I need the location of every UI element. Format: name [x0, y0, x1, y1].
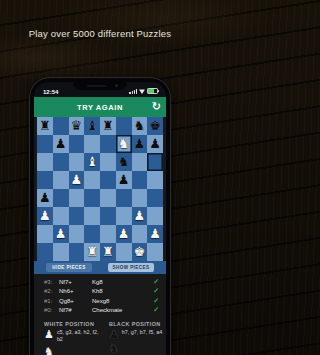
square-h3[interactable] [147, 207, 163, 225]
move-list: #3:Nf7+Kg8✓#2:Nh6+Kh8✓#1:Qg8+Nexg8✓#0:Nf… [34, 274, 166, 317]
square-a5[interactable] [37, 171, 53, 189]
check-icon: ✓ [153, 297, 159, 305]
check-icon: ✓ [153, 306, 159, 314]
white-position-column: WHITE POSITION ♟ c5, g3, a3, h2, f2, b2 … [44, 319, 103, 355]
phone-mockup: 12:54 TRY AGAIN ↻ ♜♛♝♜♞♚♟♞♟♟♝♞♟♟♟♟♟♟♟♟♜♜… [30, 78, 170, 355]
white-knight-f7: ♞ [116, 135, 132, 153]
square-c3[interactable] [69, 207, 85, 225]
square-g6[interactable] [132, 153, 148, 171]
move-number: #1: [44, 298, 59, 304]
square-e3[interactable] [100, 207, 116, 225]
black-move: Kg8 [92, 279, 153, 285]
move-number: #0: [44, 307, 59, 313]
black-move: Checkmate [92, 307, 153, 313]
board-controls: HIDE PIECES SHOW PIECES [34, 261, 166, 274]
square-h2[interactable]: ♟ [147, 225, 163, 243]
show-pieces-button[interactable]: SHOW PIECES [108, 263, 154, 272]
square-b4[interactable] [53, 189, 69, 207]
square-c2[interactable] [69, 225, 85, 243]
screenshot-root: { "game": "chess", "headline": "Play ove… [0, 0, 200, 355]
square-d2[interactable] [84, 225, 100, 243]
battery-icon [147, 88, 158, 95]
square-h7[interactable]: ♟ [147, 135, 163, 153]
square-c6[interactable] [69, 153, 85, 171]
square-b7[interactable]: ♟ [53, 135, 69, 153]
square-c1[interactable] [69, 243, 85, 261]
square-b2[interactable]: ♟ [53, 225, 69, 243]
white-move: Qg8+ [59, 298, 92, 304]
square-e4[interactable] [100, 189, 116, 207]
square-e6[interactable] [100, 153, 116, 171]
white-rook-e1: ♜ [100, 243, 116, 261]
square-d5[interactable] [84, 171, 100, 189]
black-move: Kh8 [92, 288, 153, 294]
square-d6[interactable]: ♝ [84, 153, 100, 171]
signal-icon [129, 89, 137, 94]
black-king-h8: ♚ [147, 117, 163, 135]
white-pawn-squares: c5, g3, a3, h2, f2, b2 [57, 329, 103, 343]
square-f3[interactable] [116, 207, 132, 225]
refresh-icon[interactable]: ↻ [152, 100, 161, 113]
square-b5[interactable] [53, 171, 69, 189]
black-pawn-a4: ♟ [37, 189, 53, 207]
wifi-icon [139, 89, 145, 94]
try-again-title: TRY AGAIN [77, 103, 123, 112]
black-knight-icon: ♞ [109, 343, 119, 354]
square-a1[interactable] [37, 243, 53, 261]
square-h4[interactable] [147, 189, 163, 207]
square-d3[interactable] [84, 207, 100, 225]
square-e5[interactable] [100, 171, 116, 189]
square-c4[interactable] [69, 189, 85, 207]
white-move: Nf7+ [59, 279, 92, 285]
square-b6[interactable] [53, 153, 69, 171]
move-number: #3: [44, 279, 59, 285]
headline-text: Play over 5000 different Puzzles [0, 28, 200, 39]
square-d8[interactable]: ♝ [84, 117, 100, 135]
square-h1[interactable] [147, 243, 163, 261]
black-queen-c8: ♛ [69, 117, 85, 135]
square-e7[interactable] [100, 135, 116, 153]
square-e8[interactable]: ♜ [100, 117, 116, 135]
camera-dot [115, 84, 118, 87]
square-d1[interactable]: ♜ [84, 243, 100, 261]
phone-screen: 12:54 TRY AGAIN ↻ ♜♛♝♜♞♚♟♞♟♟♝♞♟♟♟♟♟♟♟♟♜♜… [34, 82, 166, 355]
white-pawn-g3: ♟ [132, 207, 148, 225]
square-c5[interactable]: ♟ [69, 171, 85, 189]
speaker-slot [87, 85, 107, 87]
square-f6[interactable]: ♞ [116, 153, 132, 171]
hide-pieces-button[interactable]: HIDE PIECES [46, 263, 92, 272]
square-g2[interactable] [132, 225, 148, 243]
square-a3[interactable]: ♟ [37, 207, 53, 225]
square-f7[interactable]: ♞ [116, 135, 132, 153]
move-row: #0:Nf7#Checkmate✓ [34, 306, 166, 316]
square-a8[interactable]: ♜ [37, 117, 53, 135]
black-knight-f6: ♞ [116, 153, 132, 171]
move-number: #2: [44, 288, 59, 294]
square-d4[interactable] [84, 189, 100, 207]
square-h6[interactable] [147, 153, 163, 171]
square-a4[interactable]: ♟ [37, 189, 53, 207]
black-pawn-h7: ♟ [147, 135, 163, 153]
black-bishop-d8: ♝ [84, 117, 100, 135]
square-a6[interactable] [37, 153, 53, 171]
app-header: TRY AGAIN ↻ [34, 97, 166, 117]
white-pawn-a3: ♟ [37, 207, 53, 225]
position-section: WHITE POSITION ♟ c5, g3, a3, h2, f2, b2 … [34, 317, 166, 355]
white-rook-d1: ♜ [84, 243, 100, 261]
square-a7[interactable] [37, 135, 53, 153]
white-pawn-h2: ♟ [147, 225, 163, 243]
square-e2[interactable] [100, 225, 116, 243]
black-move: Nexg8 [92, 298, 153, 304]
white-pawn-c5: ♟ [69, 171, 85, 189]
square-g8[interactable]: ♞ [132, 117, 148, 135]
white-pawn-b2: ♟ [53, 225, 69, 243]
square-f8[interactable] [116, 117, 132, 135]
phone-notch [73, 82, 127, 90]
white-move: Nf7# [59, 307, 92, 313]
square-h8[interactable]: ♚ [147, 117, 163, 135]
square-b8[interactable] [53, 117, 69, 135]
black-pawn-squares: h7, g7, b7, f5, a4 [122, 329, 166, 336]
move-row: #3:Nf7+Kg8✓ [34, 277, 166, 287]
square-g3[interactable]: ♟ [132, 207, 148, 225]
square-g4[interactable] [132, 189, 148, 207]
move-row: #2:Nh6+Kh8✓ [34, 287, 166, 297]
white-bishop-d6: ♝ [84, 153, 100, 171]
white-king-g1: ♚ [132, 243, 148, 261]
status-time: 12:54 [43, 89, 58, 95]
white-knight-icon: ♞ [44, 346, 54, 355]
black-pawn-f5: ♟ [116, 171, 132, 189]
square-d7[interactable] [84, 135, 100, 153]
move-row: #1:Qg8+Nexg8✓ [34, 296, 166, 306]
square-f5[interactable]: ♟ [116, 171, 132, 189]
square-g1[interactable]: ♚ [132, 243, 148, 261]
black-rook-a8: ♜ [37, 117, 53, 135]
white-pawn-icon: ♟ [44, 329, 54, 340]
white-pawn-f2: ♟ [116, 225, 132, 243]
black-pawn-b7: ♟ [53, 135, 69, 153]
white-position-header: WHITE POSITION [44, 321, 103, 327]
square-b3[interactable] [53, 207, 69, 225]
square-f1[interactable] [116, 243, 132, 261]
black-rook-e8: ♜ [100, 117, 116, 135]
square-f2[interactable]: ♟ [116, 225, 132, 243]
check-icon: ✓ [153, 278, 159, 286]
square-e1[interactable]: ♜ [100, 243, 116, 261]
black-knight-g8: ♞ [132, 117, 148, 135]
white-move: Nh6+ [59, 288, 92, 294]
square-f4[interactable] [116, 189, 132, 207]
square-h5[interactable] [147, 171, 163, 189]
black-position-column: BLACK POSITION ♟ h7, g7, b7, f5, a4 ♞ [109, 319, 166, 355]
square-c8[interactable]: ♛ [69, 117, 85, 135]
black-pawn-icon: ♟ [109, 329, 119, 340]
check-icon: ✓ [153, 287, 159, 295]
square-g7[interactable]: ♟ [132, 135, 148, 153]
black-position-header: BLACK POSITION [109, 321, 166, 327]
square-c7[interactable] [69, 135, 85, 153]
square-b1[interactable] [53, 243, 69, 261]
square-a2[interactable] [37, 225, 53, 243]
square-g5[interactable] [132, 171, 148, 189]
black-pawn-g7: ♟ [132, 135, 148, 153]
chess-board: ♜♛♝♜♞♚♟♞♟♟♝♞♟♟♟♟♟♟♟♟♜♜♚ [37, 117, 163, 261]
